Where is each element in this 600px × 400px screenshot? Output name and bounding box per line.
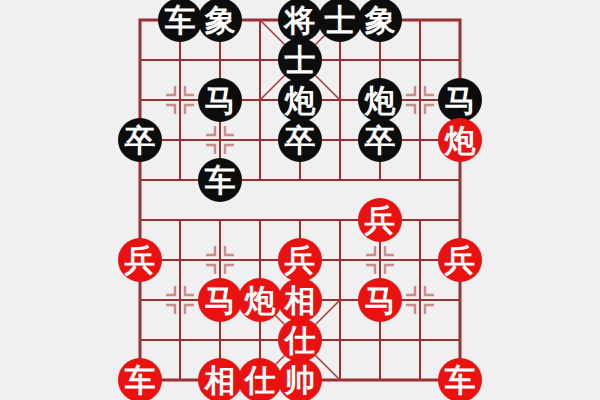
board-point-1-6[interactable] [160, 240, 200, 280]
board-point-8-0[interactable] [440, 0, 480, 40]
board-point-7-3[interactable] [400, 120, 440, 160]
board-point-5-8[interactable] [320, 320, 360, 360]
board-point-4-6[interactable]: 兵 [280, 240, 320, 280]
board-point-0-1[interactable] [120, 40, 160, 80]
board-point-4-2[interactable]: 炮 [280, 80, 320, 120]
board-point-6-5[interactable]: 兵 [360, 200, 400, 240]
piece-red-chariot[interactable]: 车 [118, 358, 162, 400]
board-point-0-9[interactable]: 车 [120, 360, 160, 400]
board-point-3-2[interactable] [240, 80, 280, 120]
piece-red-advisor[interactable]: 仕 [278, 318, 322, 362]
piece-black-soldier[interactable]: 卒 [358, 118, 402, 162]
pieces-grid: 车象将士象士马炮炮马卒卒卒炮车兵兵兵兵马炮相马仕车相仕帅车 [120, 0, 480, 400]
board-point-8-4[interactable] [440, 160, 480, 200]
board-point-5-9[interactable] [320, 360, 360, 400]
piece-black-elephant[interactable]: 象 [198, 0, 242, 42]
piece-black-advisor[interactable]: 士 [278, 38, 322, 82]
board-point-1-9[interactable] [160, 360, 200, 400]
board-point-3-6[interactable] [240, 240, 280, 280]
piece-red-elephant[interactable]: 相 [198, 358, 242, 400]
piece-red-soldier[interactable]: 兵 [118, 238, 162, 282]
board-point-4-5[interactable] [280, 200, 320, 240]
board-point-7-4[interactable] [400, 160, 440, 200]
board-point-1-1[interactable] [160, 40, 200, 80]
board-point-0-2[interactable] [120, 80, 160, 120]
board-point-7-9[interactable] [400, 360, 440, 400]
piece-red-horse[interactable]: 马 [198, 278, 242, 322]
piece-black-advisor[interactable]: 士 [318, 0, 362, 42]
board-point-3-5[interactable] [240, 200, 280, 240]
board-point-6-6[interactable] [360, 240, 400, 280]
board-point-2-3[interactable] [200, 120, 240, 160]
board-point-7-1[interactable] [400, 40, 440, 80]
board-point-2-8[interactable] [200, 320, 240, 360]
board-point-5-3[interactable] [320, 120, 360, 160]
board-point-3-4[interactable] [240, 160, 280, 200]
board-point-1-5[interactable] [160, 200, 200, 240]
board-point-0-5[interactable] [120, 200, 160, 240]
piece-black-elephant[interactable]: 象 [358, 0, 402, 42]
board-point-6-3[interactable]: 卒 [360, 120, 400, 160]
board-point-2-7[interactable]: 马 [200, 280, 240, 320]
board-point-7-6[interactable] [400, 240, 440, 280]
board-point-7-5[interactable] [400, 200, 440, 240]
board-point-7-8[interactable] [400, 320, 440, 360]
piece-red-horse[interactable]: 马 [358, 278, 402, 322]
board-point-2-9[interactable]: 相 [200, 360, 240, 400]
board-point-0-8[interactable] [120, 320, 160, 360]
board-point-2-0[interactable]: 象 [200, 0, 240, 40]
board-point-3-3[interactable] [240, 120, 280, 160]
board-point-4-3[interactable]: 卒 [280, 120, 320, 160]
board-point-4-4[interactable] [280, 160, 320, 200]
board-point-8-6[interactable]: 兵 [440, 240, 480, 280]
board-point-8-3[interactable]: 炮 [440, 120, 480, 160]
board-point-7-0[interactable] [400, 0, 440, 40]
piece-black-soldier[interactable]: 卒 [278, 118, 322, 162]
piece-black-general[interactable]: 将 [278, 0, 322, 42]
board-point-3-1[interactable] [240, 40, 280, 80]
piece-red-soldier[interactable]: 兵 [438, 238, 482, 282]
board-point-0-4[interactable] [120, 160, 160, 200]
piece-black-horse[interactable]: 马 [438, 78, 482, 122]
piece-red-soldier[interactable]: 兵 [278, 238, 322, 282]
board-point-1-0[interactable]: 车 [160, 0, 200, 40]
board-point-6-1[interactable] [360, 40, 400, 80]
board-point-3-8[interactable] [240, 320, 280, 360]
board-point-6-4[interactable] [360, 160, 400, 200]
board-point-0-0[interactable] [120, 0, 160, 40]
board-point-7-7[interactable] [400, 280, 440, 320]
board-point-8-9[interactable]: 车 [440, 360, 480, 400]
piece-red-cannon[interactable]: 炮 [438, 118, 482, 162]
board-point-5-2[interactable] [320, 80, 360, 120]
board-point-2-4[interactable]: 车 [200, 160, 240, 200]
board-point-1-4[interactable] [160, 160, 200, 200]
board-point-8-2[interactable]: 马 [440, 80, 480, 120]
board-point-4-9[interactable]: 帅 [280, 360, 320, 400]
board-point-2-5[interactable] [200, 200, 240, 240]
board-point-6-0[interactable]: 象 [360, 0, 400, 40]
board-point-0-3[interactable]: 卒 [120, 120, 160, 160]
board-point-4-0[interactable]: 将 [280, 0, 320, 40]
board-point-5-5[interactable] [320, 200, 360, 240]
board-point-3-0[interactable] [240, 0, 280, 40]
board-point-8-1[interactable] [440, 40, 480, 80]
board-point-6-9[interactable] [360, 360, 400, 400]
board-point-1-8[interactable] [160, 320, 200, 360]
xiangqi-board: 车象将士象士马炮炮马卒卒卒炮车兵兵兵兵马炮相马仕车相仕帅车 [0, 0, 600, 400]
board-point-8-8[interactable] [440, 320, 480, 360]
board-point-2-2[interactable]: 马 [200, 80, 240, 120]
board-point-8-7[interactable] [440, 280, 480, 320]
piece-red-general[interactable]: 帅 [278, 358, 322, 400]
board-point-5-0[interactable]: 士 [320, 0, 360, 40]
board-point-5-7[interactable] [320, 280, 360, 320]
piece-red-elephant[interactable]: 相 [278, 278, 322, 322]
board-point-8-5[interactable] [440, 200, 480, 240]
board-point-4-1[interactable]: 士 [280, 40, 320, 80]
board-point-0-6[interactable]: 兵 [120, 240, 160, 280]
board-point-6-7[interactable]: 马 [360, 280, 400, 320]
piece-black-horse[interactable]: 马 [198, 78, 242, 122]
board-point-3-9[interactable]: 仕 [240, 360, 280, 400]
piece-black-cannon[interactable]: 炮 [278, 78, 322, 122]
piece-black-cannon[interactable]: 炮 [358, 78, 402, 122]
piece-black-chariot[interactable]: 车 [198, 158, 242, 202]
board-point-6-8[interactable] [360, 320, 400, 360]
board-point-3-7[interactable]: 炮 [240, 280, 280, 320]
board-point-7-2[interactable] [400, 80, 440, 120]
piece-red-chariot[interactable]: 车 [438, 358, 482, 400]
board-point-5-4[interactable] [320, 160, 360, 200]
piece-black-soldier[interactable]: 卒 [118, 118, 162, 162]
board-point-5-1[interactable] [320, 40, 360, 80]
board-point-4-8[interactable]: 仕 [280, 320, 320, 360]
board-point-1-3[interactable] [160, 120, 200, 160]
piece-red-cannon[interactable]: 炮 [238, 278, 282, 322]
board-point-2-1[interactable] [200, 40, 240, 80]
board-point-2-6[interactable] [200, 240, 240, 280]
piece-red-advisor[interactable]: 仕 [238, 358, 282, 400]
board-point-0-7[interactable] [120, 280, 160, 320]
board-point-1-7[interactable] [160, 280, 200, 320]
board-point-1-2[interactable] [160, 80, 200, 120]
board-point-4-7[interactable]: 相 [280, 280, 320, 320]
board-point-5-6[interactable] [320, 240, 360, 280]
piece-red-soldier[interactable]: 兵 [358, 198, 402, 242]
piece-black-chariot[interactable]: 车 [158, 0, 202, 42]
board-point-6-2[interactable]: 炮 [360, 80, 400, 120]
